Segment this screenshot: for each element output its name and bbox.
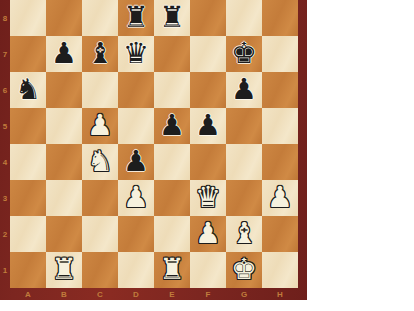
piece-white-pawn[interactable]: ♟ (118, 180, 154, 216)
square-d8[interactable]: ♜ (118, 0, 154, 36)
square-a2[interactable] (10, 216, 46, 252)
square-b2[interactable] (46, 216, 82, 252)
square-f7[interactable] (190, 36, 226, 72)
file-label-f: F (190, 288, 226, 300)
square-a5[interactable] (10, 108, 46, 144)
rank-label-6: 6 (0, 72, 10, 108)
square-e3[interactable] (154, 180, 190, 216)
square-e6[interactable] (154, 72, 190, 108)
square-g2[interactable]: ♝ (226, 216, 262, 252)
piece-black-pawn[interactable]: ♟ (226, 72, 262, 108)
square-a1[interactable] (10, 252, 46, 288)
piece-black-queen[interactable]: ♛ (118, 36, 154, 72)
file-labels: ABCDEFGH (10, 288, 298, 300)
piece-black-knight[interactable]: ♞ (10, 72, 46, 108)
square-f5[interactable]: ♟ (190, 108, 226, 144)
piece-black-pawn[interactable]: ♟ (154, 108, 190, 144)
square-c5[interactable]: ♟ (82, 108, 118, 144)
square-c2[interactable] (82, 216, 118, 252)
file-label-e: E (154, 288, 190, 300)
file-label-h: H (262, 288, 298, 300)
board-squares: ♜♜♟♝♛♚♞♟♟♟♟♞♟♟♛♟♟♝♜♜♚ (10, 0, 298, 288)
square-e7[interactable] (154, 36, 190, 72)
square-h5[interactable] (262, 108, 298, 144)
square-b5[interactable] (46, 108, 82, 144)
piece-black-pawn[interactable]: ♟ (190, 108, 226, 144)
file-label-g: G (226, 288, 262, 300)
square-h1[interactable] (262, 252, 298, 288)
square-b3[interactable] (46, 180, 82, 216)
square-e2[interactable] (154, 216, 190, 252)
square-a3[interactable] (10, 180, 46, 216)
square-h6[interactable] (262, 72, 298, 108)
square-f2[interactable]: ♟ (190, 216, 226, 252)
piece-black-pawn[interactable]: ♟ (118, 144, 154, 180)
piece-white-rook[interactable]: ♜ (154, 252, 190, 288)
square-d5[interactable] (118, 108, 154, 144)
piece-black-rook[interactable]: ♜ (118, 0, 154, 36)
square-c6[interactable] (82, 72, 118, 108)
file-label-c: C (82, 288, 118, 300)
square-b6[interactable] (46, 72, 82, 108)
square-f4[interactable] (190, 144, 226, 180)
square-d1[interactable] (118, 252, 154, 288)
piece-white-pawn[interactable]: ♟ (190, 216, 226, 252)
rank-label-3: 3 (0, 180, 10, 216)
file-label-a: A (10, 288, 46, 300)
square-g7[interactable]: ♚ (226, 36, 262, 72)
square-e4[interactable] (154, 144, 190, 180)
piece-white-king[interactable]: ♚ (226, 252, 262, 288)
square-c4[interactable]: ♞ (82, 144, 118, 180)
square-f1[interactable] (190, 252, 226, 288)
piece-white-pawn[interactable]: ♟ (262, 180, 298, 216)
rank-label-4: 4 (0, 144, 10, 180)
square-b4[interactable] (46, 144, 82, 180)
rank-label-2: 2 (0, 216, 10, 252)
square-h4[interactable] (262, 144, 298, 180)
square-b1[interactable]: ♜ (46, 252, 82, 288)
square-c7[interactable]: ♝ (82, 36, 118, 72)
square-a8[interactable] (10, 0, 46, 36)
rank-label-1: 1 (0, 252, 10, 288)
square-a7[interactable] (10, 36, 46, 72)
piece-white-knight[interactable]: ♞ (82, 144, 118, 180)
square-e5[interactable]: ♟ (154, 108, 190, 144)
rank-labels: 87654321 (0, 0, 10, 288)
file-label-b: B (46, 288, 82, 300)
square-h7[interactable] (262, 36, 298, 72)
square-e1[interactable]: ♜ (154, 252, 190, 288)
square-d2[interactable] (118, 216, 154, 252)
piece-white-rook[interactable]: ♜ (46, 252, 82, 288)
square-f6[interactable] (190, 72, 226, 108)
square-d4[interactable]: ♟ (118, 144, 154, 180)
piece-black-king[interactable]: ♚ (226, 36, 262, 72)
rank-label-7: 7 (0, 36, 10, 72)
piece-black-pawn[interactable]: ♟ (46, 36, 82, 72)
file-label-d: D (118, 288, 154, 300)
piece-white-queen[interactable]: ♛ (190, 180, 226, 216)
square-a4[interactable] (10, 144, 46, 180)
piece-white-bishop[interactable]: ♝ (226, 216, 262, 252)
square-f3[interactable]: ♛ (190, 180, 226, 216)
square-c3[interactable] (82, 180, 118, 216)
square-g1[interactable]: ♚ (226, 252, 262, 288)
rank-label-5: 5 (0, 108, 10, 144)
square-d6[interactable] (118, 72, 154, 108)
piece-black-bishop[interactable]: ♝ (82, 36, 118, 72)
square-h8[interactable] (262, 0, 298, 36)
square-g6[interactable]: ♟ (226, 72, 262, 108)
chess-board: 87654321 ♜♜♟♝♛♚♞♟♟♟♟♞♟♟♛♟♟♝♜♜♚ ABCDEFGH (0, 0, 307, 300)
square-g3[interactable] (226, 180, 262, 216)
square-h2[interactable] (262, 216, 298, 252)
square-g8[interactable] (226, 0, 262, 36)
square-d3[interactable]: ♟ (118, 180, 154, 216)
square-f8[interactable] (190, 0, 226, 36)
square-c8[interactable] (82, 0, 118, 36)
square-b8[interactable] (46, 0, 82, 36)
square-g4[interactable] (226, 144, 262, 180)
rank-label-8: 8 (0, 0, 10, 36)
square-g5[interactable] (226, 108, 262, 144)
square-h3[interactable]: ♟ (262, 180, 298, 216)
square-d7[interactable]: ♛ (118, 36, 154, 72)
square-b7[interactable]: ♟ (46, 36, 82, 72)
square-e8[interactable]: ♜ (154, 0, 190, 36)
piece-white-pawn[interactable]: ♟ (82, 108, 118, 144)
square-a6[interactable]: ♞ (10, 72, 46, 108)
square-c1[interactable] (82, 252, 118, 288)
piece-black-rook[interactable]: ♜ (154, 0, 190, 36)
